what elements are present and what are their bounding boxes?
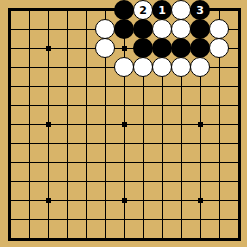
black-stone[interactable]: 1 — [152, 0, 172, 20]
white-stone[interactable] — [209, 38, 229, 58]
white-stone[interactable] — [114, 57, 134, 77]
black-stone[interactable] — [190, 38, 210, 58]
white-stone[interactable] — [171, 19, 191, 39]
black-stone[interactable]: 3 — [190, 0, 210, 20]
black-stone[interactable] — [114, 19, 134, 39]
white-stone[interactable]: 2 — [133, 0, 153, 20]
black-stone[interactable] — [114, 0, 134, 20]
go-board[interactable]: 213 — [0, 0, 247, 247]
white-stone[interactable] — [171, 0, 191, 20]
screenshot-root: 213 — [0, 0, 247, 247]
white-stone[interactable] — [152, 19, 172, 39]
white-stone[interactable] — [133, 57, 153, 77]
white-stone[interactable] — [95, 19, 115, 39]
white-stone[interactable] — [95, 38, 115, 58]
black-stone[interactable] — [190, 19, 210, 39]
black-stone[interactable] — [171, 38, 191, 58]
black-stone[interactable] — [133, 19, 153, 39]
white-stone[interactable] — [209, 19, 229, 39]
move-number-label: 2 — [134, 1, 152, 19]
white-stone[interactable] — [190, 57, 210, 77]
black-stone[interactable] — [133, 38, 153, 58]
white-stone[interactable] — [171, 57, 191, 77]
move-number-label: 3 — [190, 0, 210, 20]
black-stone[interactable] — [152, 38, 172, 58]
move-number-label: 1 — [152, 0, 172, 20]
white-stone[interactable] — [152, 57, 172, 77]
